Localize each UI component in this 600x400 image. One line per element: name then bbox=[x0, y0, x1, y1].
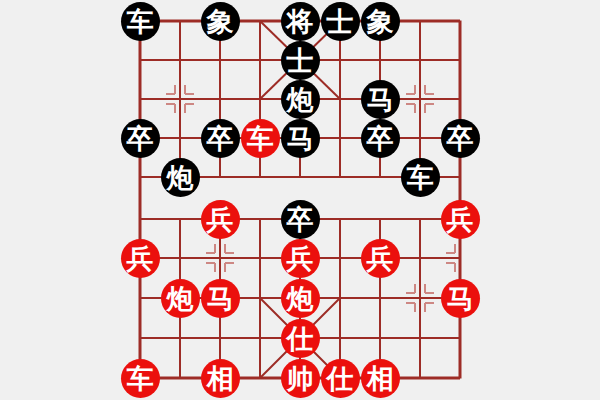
red-soldier[interactable]: 兵 bbox=[121, 239, 160, 278]
black-cannon[interactable]: 炮 bbox=[161, 158, 200, 197]
red-soldier[interactable]: 兵 bbox=[361, 239, 400, 278]
red-chariot[interactable]: 车 bbox=[121, 359, 160, 398]
red-advisor[interactable]: 仕 bbox=[321, 359, 360, 398]
red-horse[interactable]: 马 bbox=[441, 279, 480, 318]
red-general[interactable]: 帅 bbox=[281, 359, 320, 398]
black-soldier[interactable]: 卒 bbox=[281, 200, 320, 239]
red-cannon[interactable]: 炮 bbox=[161, 279, 200, 318]
red-soldier[interactable]: 兵 bbox=[281, 239, 320, 278]
red-soldier[interactable]: 兵 bbox=[441, 200, 480, 239]
xiangqi-board: 车象将士象士炮马卒卒车马卒卒炮车兵卒兵兵兵兵炮马炮马仕车相帅仕相 bbox=[0, 0, 600, 400]
red-elephant[interactable]: 相 bbox=[361, 359, 400, 398]
black-soldier[interactable]: 卒 bbox=[361, 119, 400, 158]
red-elephant[interactable]: 相 bbox=[201, 359, 240, 398]
black-advisor[interactable]: 士 bbox=[281, 41, 320, 80]
black-chariot[interactable]: 车 bbox=[401, 158, 440, 197]
red-horse[interactable]: 马 bbox=[201, 279, 240, 318]
black-horse[interactable]: 马 bbox=[281, 119, 320, 158]
black-general[interactable]: 将 bbox=[281, 2, 320, 41]
black-elephant[interactable]: 象 bbox=[201, 2, 240, 41]
black-soldier[interactable]: 卒 bbox=[201, 119, 240, 158]
red-advisor[interactable]: 仕 bbox=[281, 319, 320, 358]
app-background: 车象将士象士炮马卒卒车马卒卒炮车兵卒兵兵兵兵炮马炮马仕车相帅仕相 bbox=[0, 0, 600, 400]
black-soldier[interactable]: 卒 bbox=[121, 119, 160, 158]
black-advisor[interactable]: 士 bbox=[321, 2, 360, 41]
black-horse[interactable]: 马 bbox=[361, 80, 400, 119]
black-elephant[interactable]: 象 bbox=[361, 2, 400, 41]
red-chariot[interactable]: 车 bbox=[241, 119, 280, 158]
red-soldier[interactable]: 兵 bbox=[201, 200, 240, 239]
black-soldier[interactable]: 卒 bbox=[441, 119, 480, 158]
red-cannon[interactable]: 炮 bbox=[281, 279, 320, 318]
black-chariot[interactable]: 车 bbox=[121, 2, 160, 41]
black-cannon[interactable]: 炮 bbox=[281, 80, 320, 119]
